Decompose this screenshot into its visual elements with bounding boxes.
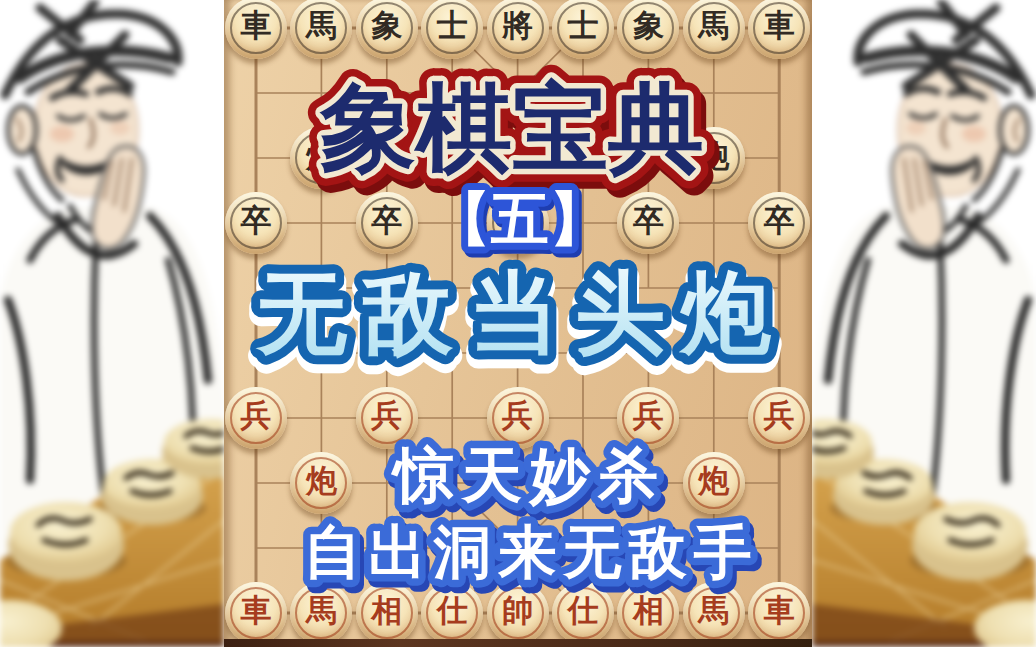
piece-glyph: 兵 xyxy=(241,400,272,431)
piece-red-pawn[interactable]: 兵 xyxy=(617,387,679,449)
piece-glyph: 卒 xyxy=(371,205,402,236)
piece-red-advisor[interactable]: 仕 xyxy=(421,582,483,644)
piece-glyph: 馬 xyxy=(698,10,729,41)
piece-glyph: 卒 xyxy=(764,205,795,236)
piece-red-pawn[interactable]: 兵 xyxy=(487,387,549,449)
piece-glyph: 將 xyxy=(502,10,533,41)
piece-glyph: 馬 xyxy=(698,595,729,626)
piece-black-chariot[interactable]: 車 xyxy=(225,0,287,59)
piece-glyph: 卒 xyxy=(502,205,533,236)
piece-glyph: 馬 xyxy=(306,10,337,41)
piece-red-elephant[interactable]: 相 xyxy=(617,582,679,644)
piece-glyph: 仕 xyxy=(568,595,599,626)
piece-red-horse[interactable]: 馬 xyxy=(683,582,745,644)
piece-black-pawn[interactable]: 卒 xyxy=(617,192,679,254)
piece-black-cannon[interactable]: 炮 xyxy=(290,127,352,189)
piece-glyph: 車 xyxy=(764,595,795,626)
piece-red-pawn[interactable]: 兵 xyxy=(356,387,418,449)
piece-glyph: 相 xyxy=(371,595,402,626)
piece-black-pawn[interactable]: 卒 xyxy=(748,192,810,254)
piece-glyph: 兵 xyxy=(502,400,533,431)
piece-black-horse[interactable]: 馬 xyxy=(683,0,745,59)
piece-black-horse[interactable]: 馬 xyxy=(290,0,352,59)
piece-glyph: 車 xyxy=(764,10,795,41)
piece-glyph: 馬 xyxy=(306,595,337,626)
piece-black-advisor[interactable]: 士 xyxy=(421,0,483,59)
piece-red-general[interactable]: 帥 xyxy=(487,582,549,644)
piece-black-cannon[interactable]: 炮 xyxy=(683,127,745,189)
piece-black-general[interactable]: 將 xyxy=(487,0,549,59)
xiangqi-board: 車馬象士將士象馬車炮炮卒卒卒卒卒兵兵兵兵兵炮炮車馬相仕帥仕相馬車 象棋宝典 象棋… xyxy=(224,0,812,647)
piece-glyph: 卒 xyxy=(633,205,664,236)
piece-glyph: 相 xyxy=(633,595,664,626)
piece-black-elephant[interactable]: 象 xyxy=(617,0,679,59)
piece-glyph: 炮 xyxy=(306,465,337,496)
piece-black-advisor[interactable]: 士 xyxy=(552,0,614,59)
piece-glyph: 炮 xyxy=(306,140,337,171)
piece-red-cannon[interactable]: 炮 xyxy=(683,452,745,514)
piece-glyph: 象 xyxy=(371,10,402,41)
piece-black-pawn[interactable]: 卒 xyxy=(487,192,549,254)
board-bottom-edge xyxy=(224,639,812,647)
piece-glyph: 仕 xyxy=(437,595,468,626)
piece-red-advisor[interactable]: 仕 xyxy=(552,582,614,644)
piece-glyph: 士 xyxy=(437,10,468,41)
piece-black-pawn[interactable]: 卒 xyxy=(356,192,418,254)
piece-glyph: 兵 xyxy=(633,400,664,431)
piece-glyph: 車 xyxy=(241,10,272,41)
thumbnail-stage: 車馬象士將士象馬車炮炮卒卒卒卒卒兵兵兵兵兵炮炮車馬相仕帥仕相馬車 象棋宝典 象棋… xyxy=(0,0,1036,647)
piece-black-elephant[interactable]: 象 xyxy=(356,0,418,59)
piece-glyph: 卒 xyxy=(241,205,272,236)
piece-red-horse[interactable]: 馬 xyxy=(290,582,352,644)
piece-glyph: 帥 xyxy=(502,595,533,626)
piece-red-elephant[interactable]: 相 xyxy=(356,582,418,644)
piece-red-pawn[interactable]: 兵 xyxy=(225,387,287,449)
piece-glyph: 炮 xyxy=(698,140,729,171)
piece-red-chariot[interactable]: 車 xyxy=(225,582,287,644)
scholar-art-right xyxy=(812,0,1036,647)
scholar-art-left xyxy=(0,0,224,647)
left-backdrop xyxy=(0,0,224,647)
piece-red-chariot[interactable]: 車 xyxy=(748,582,810,644)
piece-glyph: 兵 xyxy=(371,400,402,431)
piece-red-cannon[interactable]: 炮 xyxy=(290,452,352,514)
piece-layer: 車馬象士將士象馬車炮炮卒卒卒卒卒兵兵兵兵兵炮炮車馬相仕帥仕相馬車 xyxy=(224,0,812,647)
piece-glyph: 炮 xyxy=(698,465,729,496)
piece-red-pawn[interactable]: 兵 xyxy=(748,387,810,449)
piece-glyph: 車 xyxy=(241,595,272,626)
piece-glyph: 兵 xyxy=(764,400,795,431)
piece-black-pawn[interactable]: 卒 xyxy=(225,192,287,254)
right-backdrop xyxy=(812,0,1036,647)
piece-glyph: 象 xyxy=(633,10,664,41)
piece-glyph: 士 xyxy=(568,10,599,41)
piece-black-chariot[interactable]: 車 xyxy=(748,0,810,59)
